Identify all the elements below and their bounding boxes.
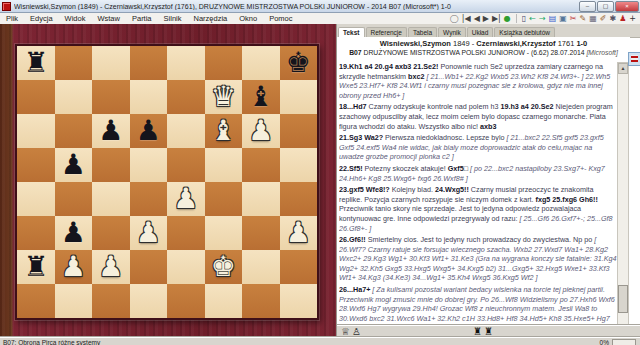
text-segment[interactable]: 19.Kh1 a4 20.g4 axb3 21.Se2!: [339, 62, 439, 71]
menu-items: PlikEdycjaWidokWstawPartiaSilnikNarzędzi…: [0, 14, 299, 23]
tab-referencje[interactable]: Referencje: [366, 27, 407, 37]
square-g5[interactable]: [242, 148, 280, 182]
menu-item-partia[interactable]: Partia: [126, 14, 158, 23]
text-segment: 1-0: [576, 39, 587, 48]
square-h7[interactable]: [280, 80, 318, 114]
menu-item-plik[interactable]: Plik: [0, 14, 24, 23]
square-f1[interactable]: [205, 284, 243, 318]
square-a2[interactable]: ♜: [17, 250, 55, 284]
black-pawn-c6[interactable]: ♟: [92, 114, 130, 148]
toolbar: ◯|◀◀▶▶|●▯←→▤▣✂✎▦✐✱♟+: [450, 14, 640, 24]
square-c3[interactable]: [92, 216, 130, 250]
white-pawn-b2[interactable]: ♟: [55, 250, 93, 284]
square-a4[interactable]: [17, 182, 55, 216]
square-h2[interactable]: [280, 250, 318, 284]
tab-tekst[interactable]: Tekst: [338, 27, 365, 37]
square-e5[interactable]: [167, 148, 205, 182]
square-d7[interactable]: [130, 80, 168, 114]
settings-icon[interactable]: ✱: [609, 14, 616, 24]
plus-icon[interactable]: +: [629, 14, 636, 24]
menu-item-pomoc[interactable]: Pomoc: [263, 14, 298, 23]
square-e3[interactable]: [167, 216, 205, 250]
square-b1[interactable]: [55, 284, 93, 318]
text-segment[interactable]: 22.Sf5!: [339, 164, 363, 173]
square-e1[interactable]: [167, 284, 205, 318]
square-c1[interactable]: [92, 284, 130, 318]
opening-name-label: B07: Obrona Pirca różne systemy: [0, 339, 600, 345]
square-g6[interactable]: ♟: [242, 114, 280, 148]
training-icon[interactable]: ♟: [619, 14, 626, 24]
scroll-thumb[interactable]: [618, 285, 628, 313]
text-segment: 1761: [556, 39, 577, 48]
text-segment[interactable]: 18...Hd7: [339, 102, 367, 111]
square-d6[interactable]: ♟: [130, 114, 168, 148]
square-h6[interactable]: [280, 114, 318, 148]
text-segment: Potezny skoczek atakuje!: [363, 164, 448, 173]
square-c5[interactable]: [92, 148, 130, 182]
new-game-icon[interactable]: ▯: [522, 14, 526, 24]
close-button[interactable]: ×: [615, 1, 639, 12]
square-d5[interactable]: [130, 148, 168, 182]
board-pane: ♜♚♛♝♟♟♝♟♟♟♟♟♟♜♟♟♚: [0, 24, 336, 337]
white-queen-f7[interactable]: ♛: [205, 80, 243, 114]
text-segment: DRUŻYNOWE MISTRZOSTWA POLSKI JUNIOROW - …: [362, 49, 587, 56]
text-segment[interactable]: Gxf5□: [448, 164, 468, 173]
chessbase-window: Wisniewski,Szymon (1849) - Czerniawski,K…: [0, 0, 640, 345]
mini-board-icon: [631, 55, 638, 62]
text-segment[interactable]: 24.Wxg5!!: [435, 185, 469, 194]
white-pawn-icon: ♙: [352, 326, 363, 337]
square-g2[interactable]: [242, 250, 280, 284]
square-b4[interactable]: [55, 182, 93, 216]
step-back-icon[interactable]: ◀: [474, 14, 480, 24]
text-segment: B07: [349, 49, 361, 56]
mini-board-button[interactable]: [628, 52, 640, 66]
annotate-icon[interactable]: ✐: [600, 14, 607, 24]
edit-icon[interactable]: ✎: [579, 14, 586, 24]
white-pawn-h3[interactable]: ♟: [280, 216, 318, 250]
go-start-icon[interactable]: |◀: [462, 14, 471, 24]
text-segment[interactable]: 19.h3 a4 20.Se2: [500, 102, 553, 111]
text-segment[interactable]: fxg5 25.fxg6 Gh6!!: [536, 195, 598, 204]
black-pawn-b5[interactable]: ♟: [55, 148, 93, 182]
square-f6[interactable]: ♝: [205, 114, 243, 148]
text-segment: Czerniawski,Krzysztof: [476, 39, 555, 48]
square-g7[interactable]: ♝: [242, 80, 280, 114]
window-title: Wisniewski,Szymon (1849) - Czerniawski,K…: [14, 3, 579, 10]
black-pawn-b3[interactable]: ♟: [55, 216, 93, 250]
notation-paragraph: 26.Gf6!! Smiertelny cios. Jest to jedyny…: [339, 235, 617, 283]
square-f5[interactable]: [205, 148, 243, 182]
square-a6[interactable]: [17, 114, 55, 148]
notation-paragraph: 18...Hd7 Czarny odzyskuje kontrole nad p…: [339, 102, 617, 131]
square-f8[interactable]: [205, 46, 243, 80]
square-e8[interactable]: [167, 46, 205, 80]
progress-label: 0%: [600, 339, 612, 345]
square-g1[interactable]: [242, 284, 280, 318]
text-segment: Pierwsza niedokladnosc. Lepsze bylo: [383, 133, 504, 142]
copy-icon[interactable]: ▣: [559, 14, 567, 24]
notation-paragraph: 19.Kh1 a4 20.g4 axb3 21.Se2! Ponownie ru…: [339, 62, 617, 100]
players-line: Wisniewski,Szymon 1849 - Czerniawski,Krz…: [337, 39, 630, 48]
next-game-icon[interactable]: →: [539, 14, 546, 24]
tab-ksikadebiutw[interactable]: Książka debiutów: [494, 27, 555, 37]
square-d1[interactable]: [130, 284, 168, 318]
square-d4[interactable]: [130, 182, 168, 216]
square-a8[interactable]: ♜: [17, 46, 55, 80]
square-c6[interactable]: ♟: [92, 114, 130, 148]
square-f7[interactable]: ♛: [205, 80, 243, 114]
square-d2[interactable]: [130, 250, 168, 284]
tab-wynik[interactable]: Wynik: [438, 27, 466, 37]
progress-bar: [612, 339, 636, 345]
menu-item-silnik[interactable]: Silnik: [158, 14, 188, 23]
square-e7[interactable]: [167, 80, 205, 114]
tab-tabela[interactable]: Tabela: [408, 27, 437, 37]
title-bar[interactable]: Wisniewski,Szymon (1849) - Czerniawski,K…: [0, 0, 640, 13]
toolbar-separator: [516, 14, 517, 23]
prev-game-icon[interactable]: ←: [529, 14, 536, 24]
square-c2[interactable]: ♟: [92, 250, 130, 284]
app-icon: [2, 2, 11, 11]
go-end-icon[interactable]: ▶|: [492, 14, 501, 24]
menu-item-wstaw[interactable]: Wstaw: [91, 14, 126, 23]
square-b7[interactable]: [55, 80, 93, 114]
panel-tabs: TekstReferencjeTabelaWynikUkładKsiążka d…: [337, 24, 640, 38]
black-rook-a2[interactable]: ♜: [17, 250, 55, 284]
black-pawn-d6[interactable]: ♟: [130, 114, 168, 148]
save-icon[interactable]: ▤: [549, 14, 557, 24]
square-a5[interactable]: [17, 148, 55, 182]
minimize-button[interactable]: –: [579, 1, 596, 12]
white-pawn-d3[interactable]: ♟: [130, 216, 168, 250]
square-b5[interactable]: ♟: [55, 148, 93, 182]
notation-paragraph: 23.gxf5 Wfe8!? Kolejny blad. 24.Wxg5!! C…: [339, 185, 617, 233]
notation-pane: TekstReferencjeTabelaWynikUkładKsiążka d…: [336, 24, 640, 337]
square-e6[interactable]: [167, 114, 205, 148]
scroll-up-icon[interactable]: ▲: [618, 63, 628, 74]
square-g8[interactable]: [242, 46, 280, 80]
menu-item-widok[interactable]: Widok: [59, 14, 92, 23]
square-e4[interactable]: ♟: [167, 182, 205, 216]
black-rook-icon: ♜: [484, 326, 495, 337]
tab-ukad[interactable]: Układ: [467, 27, 494, 37]
square-g4[interactable]: [242, 182, 280, 216]
white-pawn-g6[interactable]: ♟: [242, 114, 280, 148]
black-bishop-g7[interactable]: ♝: [242, 80, 280, 114]
square-d3[interactable]: ♟: [130, 216, 168, 250]
black-rook-a8[interactable]: ♜: [17, 46, 55, 80]
square-a7[interactable]: [17, 80, 55, 114]
text-segment: 1849 -: [451, 39, 476, 48]
text-segment[interactable]: 23.gxf5 Wfe8!?: [339, 185, 390, 194]
white-pawn-e4[interactable]: ♟: [167, 182, 205, 216]
text-segment[interactable]: 26...Ha7+: [339, 285, 370, 294]
square-b2[interactable]: ♟: [55, 250, 93, 284]
menu-item-okno[interactable]: Okno: [233, 14, 263, 23]
text-segment: Wisniewski,Szymon: [380, 39, 451, 48]
black-king-h8[interactable]: ♚: [280, 46, 318, 80]
square-h8[interactable]: ♚: [280, 46, 318, 80]
square-c8[interactable]: [92, 46, 130, 80]
square-h4[interactable]: [280, 182, 318, 216]
cut-icon[interactable]: ✂: [570, 14, 577, 24]
square-b8[interactable]: [55, 46, 93, 80]
square-b6[interactable]: [55, 114, 93, 148]
square-b3[interactable]: ♟: [55, 216, 93, 250]
notation-paragraph: 22.Sf5! Potezny skoczek atakuje! Gxf5□ […: [339, 164, 617, 183]
engine-go-icon[interactable]: ●: [504, 14, 511, 24]
text-segment[interactable]: bxc2: [408, 72, 424, 81]
square-f3[interactable]: [205, 216, 243, 250]
text-segment: Smiertelny cios. Jest to jedyny ruch pro…: [366, 235, 593, 244]
text-segment: Kolejny blad.: [390, 185, 435, 194]
square-c7[interactable]: [92, 80, 130, 114]
text-segment[interactable]: axb3: [480, 122, 496, 131]
square-d8[interactable]: [130, 46, 168, 80]
square-a3[interactable]: [17, 216, 55, 250]
text-segment: Czarny odzyskuje kontrole nad polem h3: [367, 102, 501, 111]
chess-board[interactable]: ♜♚♛♝♟♟♝♟♟♟♟♟♟♜♟♟♚: [15, 44, 319, 320]
square-e2[interactable]: [167, 250, 205, 284]
white-king-f2[interactable]: ♚: [205, 250, 243, 284]
text-segment[interactable]: 21.Sg3 Wa2?: [339, 133, 383, 142]
square-h3[interactable]: ♟: [280, 216, 318, 250]
white-queen-icon: ♕: [341, 326, 352, 337]
square-g3[interactable]: [242, 216, 280, 250]
record-icon[interactable]: ◯: [450, 14, 459, 24]
square-f2[interactable]: ♚: [205, 250, 243, 284]
notation-scrollbar[interactable]: ▲ ▼: [617, 62, 629, 345]
step-forward-icon[interactable]: ▶: [483, 14, 489, 24]
menu-item-edycja[interactable]: Edycja: [24, 14, 59, 23]
status-bar: B07: Obrona Pirca różne systemy 0%: [0, 337, 640, 345]
white-pawn-c2[interactable]: ♟: [92, 250, 130, 284]
game-header: Wisniewski,Szymon 1849 - Czerniawski,Krz…: [337, 37, 630, 63]
square-c4[interactable]: [92, 182, 130, 216]
square-a1[interactable]: [17, 284, 55, 318]
notation-text: 19.Kh1 a4 20.g4 axb3 21.Se2! Ponownie ru…: [339, 62, 617, 345]
notation-paragraph: 21.Sg3 Wa2? Pierwsza niedokladnosc. Leps…: [339, 133, 617, 162]
square-f4[interactable]: [205, 182, 243, 216]
square-h5[interactable]: [280, 148, 318, 182]
black-rook-icon: ♜: [473, 326, 484, 337]
form-icon[interactable]: ▦: [589, 14, 597, 24]
text-segment: [Microsoft]: [586, 49, 617, 56]
square-h1[interactable]: [280, 284, 318, 318]
text-segment[interactable]: 26.Gf6!!: [339, 235, 366, 244]
maximize-button[interactable]: ▢: [597, 1, 614, 12]
event-line: B07 DRUŻYNOWE MISTRZOSTWA POLSKI JUNIORO…: [337, 49, 630, 56]
white-bishop-f6[interactable]: ♝: [205, 114, 243, 148]
menu-item-narzdzia[interactable]: Narzędzia: [187, 14, 233, 23]
